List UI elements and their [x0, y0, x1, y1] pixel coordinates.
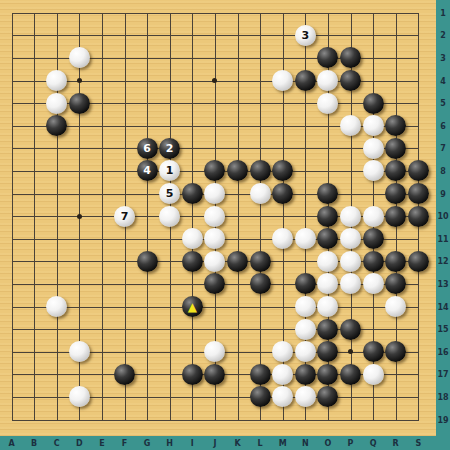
stone-black: 4	[137, 160, 158, 181]
grid-line-horizontal	[12, 420, 420, 421]
row-label-15: 15	[437, 325, 448, 334]
stone-white	[295, 228, 316, 249]
column-label-C: C	[54, 439, 60, 448]
row-label-5: 5	[440, 99, 446, 108]
stone-black: ▲	[182, 296, 203, 317]
stone-black	[385, 251, 406, 272]
stone-white	[159, 206, 180, 227]
stone-white	[69, 341, 90, 362]
row-label-6: 6	[440, 121, 446, 130]
stone-white	[363, 273, 384, 294]
last-move-triangle-marker: ▲	[188, 301, 197, 313]
stone-white	[340, 206, 361, 227]
stone-white: 3	[295, 25, 316, 46]
column-label-M: M	[279, 439, 287, 448]
column-label-B: B	[31, 439, 37, 448]
move-number-label: 2	[166, 143, 174, 154]
stone-black	[114, 364, 135, 385]
column-label-O: O	[324, 439, 331, 448]
row-label-13: 13	[437, 279, 448, 288]
stone-black	[363, 341, 384, 362]
stone-white	[182, 228, 203, 249]
row-label-9: 9	[440, 189, 446, 198]
stone-black	[227, 251, 248, 272]
move-number-label: 6	[143, 143, 151, 154]
column-label-K: K	[234, 439, 240, 448]
row-label-16: 16	[437, 347, 448, 356]
move-number-label: 5	[166, 188, 174, 199]
move-number-label: 7	[121, 211, 129, 222]
column-label-F: F	[122, 439, 127, 448]
stone-black	[137, 251, 158, 272]
row-label-12: 12	[437, 257, 448, 266]
stone-black	[408, 206, 429, 227]
stone-white	[272, 364, 293, 385]
row-label-4: 4	[440, 76, 446, 85]
stone-black	[363, 93, 384, 114]
stone-black	[340, 70, 361, 91]
stone-black	[182, 183, 203, 204]
stone-white	[204, 206, 225, 227]
stone-black	[340, 319, 361, 340]
stone-white	[295, 296, 316, 317]
row-label-gutter	[436, 0, 450, 450]
row-label-18: 18	[437, 392, 448, 401]
stone-black	[69, 93, 90, 114]
row-label-10: 10	[437, 212, 448, 221]
stone-black	[295, 70, 316, 91]
column-label-A: A	[8, 439, 14, 448]
row-label-3: 3	[440, 53, 446, 62]
grid-line-horizontal	[12, 307, 420, 308]
star-point	[77, 78, 82, 83]
column-label-S: S	[415, 439, 421, 448]
stone-black	[250, 364, 271, 385]
stone-white	[46, 93, 67, 114]
column-label-E: E	[99, 439, 104, 448]
move-number-label: 3	[301, 30, 309, 41]
stone-white	[363, 160, 384, 181]
stone-black	[250, 273, 271, 294]
column-label-Q: Q	[370, 439, 377, 448]
stone-black	[408, 183, 429, 204]
stone-black	[408, 251, 429, 272]
stone-white	[250, 183, 271, 204]
row-label-1: 1	[440, 8, 446, 17]
row-label-14: 14	[437, 302, 448, 311]
grid-line-vertical	[238, 13, 239, 421]
stone-black	[363, 228, 384, 249]
stone-black	[250, 386, 271, 407]
stone-black	[182, 251, 203, 272]
stone-black	[340, 364, 361, 385]
stone-white	[363, 206, 384, 227]
stone-black	[385, 138, 406, 159]
grid-line-vertical	[260, 13, 261, 421]
stone-black: 2	[159, 138, 180, 159]
stone-white	[317, 93, 338, 114]
stone-white	[363, 138, 384, 159]
stone-black	[295, 364, 316, 385]
stone-white	[363, 115, 384, 136]
column-label-N: N	[302, 439, 309, 448]
column-label-R: R	[393, 439, 399, 448]
column-label-J: J	[213, 439, 216, 448]
stone-black	[317, 319, 338, 340]
stone-black	[182, 364, 203, 385]
column-label-D: D	[76, 439, 83, 448]
go-board-screenshot: 3624157▲ ABCDEFGHIJKLMNOPQRS123456789101…	[0, 0, 450, 450]
stone-black	[363, 251, 384, 272]
row-label-19: 19	[437, 415, 448, 424]
stone-white	[295, 319, 316, 340]
column-label-P: P	[348, 439, 354, 448]
stone-white	[295, 341, 316, 362]
move-number-label: 1	[166, 165, 174, 176]
row-label-2: 2	[440, 31, 446, 40]
star-point	[77, 214, 82, 219]
stone-white: 7	[114, 206, 135, 227]
stone-black	[385, 206, 406, 227]
column-label-H: H	[166, 439, 173, 448]
row-label-11: 11	[437, 234, 448, 243]
row-label-17: 17	[437, 370, 448, 379]
row-label-7: 7	[440, 144, 446, 153]
stone-black	[250, 160, 271, 181]
stone-white	[363, 364, 384, 385]
column-label-G: G	[144, 439, 151, 448]
column-label-L: L	[258, 439, 263, 448]
stone-black	[317, 206, 338, 227]
column-label-I: I	[191, 439, 194, 448]
move-number-label: 4	[143, 165, 151, 176]
stone-black: 6	[137, 138, 158, 159]
stone-black	[250, 251, 271, 272]
stone-white	[340, 251, 361, 272]
row-label-8: 8	[440, 166, 446, 175]
